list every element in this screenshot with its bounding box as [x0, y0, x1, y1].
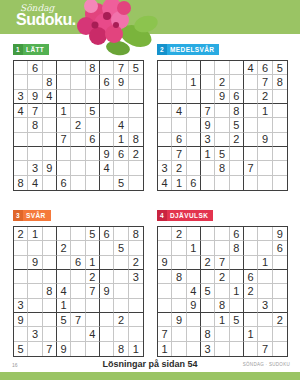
p3-cell-r6c1: 3 [14, 299, 28, 313]
p3-cell-r4c1 [14, 270, 28, 284]
p3-cell-r9c9: 1 [129, 342, 143, 356]
p3-cell-r8c2: 3 [28, 327, 42, 341]
p4-cell-r7c7 [244, 313, 258, 327]
p3-cell-r3c7 [100, 256, 114, 270]
p3-cell-r4c3 [43, 270, 57, 284]
p2-cell-r2c5: 2 [215, 75, 229, 89]
p2-cell-r7c7 [244, 147, 258, 161]
p4-cell-r3c7 [244, 256, 258, 270]
p1-cell-r9c8: 5 [114, 176, 128, 190]
p4-cell-r5c1 [158, 284, 172, 298]
p1-cell-r1c2: 6 [28, 61, 42, 75]
badge-3-number: 3 [13, 210, 23, 221]
badge-3-label: SVÅR [23, 210, 51, 221]
p1-cell-r6c9: 8 [129, 133, 143, 147]
p2-cell-r7c1 [158, 147, 172, 161]
p1-cell-r9c9 [129, 176, 143, 190]
p4-cell-r3c8: 1 [258, 256, 272, 270]
p4-cell-r1c8 [258, 227, 272, 241]
p2-cell-r6c7 [244, 133, 258, 147]
p2-cell-r7c5: 5 [215, 147, 229, 161]
p2-cell-r7c4: 1 [201, 147, 215, 161]
p4-cell-r6c1 [158, 299, 172, 313]
p1-cell-r7c9: 2 [129, 147, 143, 161]
p4-cell-r1c1 [158, 227, 172, 241]
p4-cell-r9c2 [172, 342, 186, 356]
p4-cell-r5c9 [273, 284, 287, 298]
p3-cell-r5c8 [114, 284, 128, 298]
p2-cell-r6c9 [273, 133, 287, 147]
p1-cell-r3c8 [114, 90, 128, 104]
p2-cell-r4c5 [215, 104, 229, 118]
p1-cell-r1c9: 5 [129, 61, 143, 75]
p3-cell-r2c1 [14, 241, 28, 255]
p2-cell-r2c4 [201, 75, 215, 89]
p4-cell-r8c8 [258, 327, 272, 341]
p1-cell-r4c9 [129, 104, 143, 118]
p2-cell-r5c3 [187, 118, 201, 132]
p1-cell-r1c1 [14, 61, 28, 75]
p1-cell-r5c4 [57, 118, 71, 132]
p1-cell-r8c8 [114, 161, 128, 175]
p3-cell-r3c8 [114, 256, 128, 270]
p3-cell-r5c4: 4 [57, 284, 71, 298]
p4-cell-r7c5: 1 [215, 313, 229, 327]
p4-cell-r9c8: 7 [258, 342, 272, 356]
p3-cell-r5c2 [28, 284, 42, 298]
p4-cell-r1c4 [201, 227, 215, 241]
p1-cell-r4c1: 4 [14, 104, 28, 118]
p3-cell-r1c1: 2 [14, 227, 28, 241]
p2-cell-r9c1: 4 [158, 176, 172, 190]
p3-cell-r3c3 [43, 256, 57, 270]
p4-cell-r6c4 [201, 299, 215, 313]
page-footer: 16 Lösningar på sidan 54 SÖNDAG · SUDOKU [0, 357, 300, 371]
p2-cell-r5c6: 5 [230, 118, 244, 132]
p2-cell-r3c6: 6 [230, 90, 244, 104]
p2-cell-r9c7 [244, 176, 258, 190]
p2-cell-r5c4: 9 [201, 118, 215, 132]
p4-cell-r1c5 [215, 227, 229, 241]
p1-cell-r9c7 [100, 176, 114, 190]
p1-cell-r3c7 [100, 90, 114, 104]
p4-cell-r4c6 [230, 270, 244, 284]
p4-cell-r5c2 [172, 284, 186, 298]
p3-cell-r5c9 [129, 284, 143, 298]
p3-cell-r6c4: 1 [57, 299, 71, 313]
p3-cell-r5c6: 7 [86, 284, 100, 298]
p1-cell-r3c1: 3 [14, 90, 28, 104]
p4-cell-r8c3 [187, 327, 201, 341]
p1-cell-r3c6 [86, 90, 100, 104]
p2-cell-r3c9 [273, 90, 287, 104]
p4-cell-r8c6 [230, 327, 244, 341]
p3-cell-r4c2 [28, 270, 42, 284]
p1-cell-r2c8: 9 [114, 75, 128, 89]
p4-cell-r6c2 [172, 299, 186, 313]
p3-cell-r3c9: 2 [129, 256, 143, 270]
p4-cell-r8c5 [215, 327, 229, 341]
p1-cell-r8c4 [57, 161, 71, 175]
p4-cell-r2c1 [158, 241, 172, 255]
sudoku-grid-4: 269186927182645129839152781137 [157, 226, 288, 357]
p1-cell-r7c2 [28, 147, 42, 161]
p1-cell-r2c2 [28, 75, 42, 89]
p3-cell-r8c5 [71, 327, 85, 341]
p4-cell-r4c5: 2 [215, 270, 229, 284]
p3-cell-r3c5: 6 [71, 256, 85, 270]
p1-cell-r3c9 [129, 90, 143, 104]
p1-cell-r6c8: 1 [114, 133, 128, 147]
p2-cell-r7c3 [187, 147, 201, 161]
p4-cell-r4c9 [273, 270, 287, 284]
p1-cell-r4c3 [43, 104, 57, 118]
p4-cell-r6c3: 9 [187, 299, 201, 313]
sudoku-grid-3: 215682596122384793195723457981 [13, 226, 144, 357]
badge-2-number: 2 [157, 44, 167, 55]
p3-cell-r5c3: 8 [43, 284, 57, 298]
p2-cell-r3c2 [172, 90, 186, 104]
p4-cell-r6c5: 8 [215, 299, 229, 313]
p3-cell-r5c5 [71, 284, 85, 298]
p4-cell-r9c5 [215, 342, 229, 356]
p1-cell-r4c6: 5 [86, 104, 100, 118]
p3-cell-r3c1 [14, 256, 28, 270]
p3-cell-r2c6 [86, 241, 100, 255]
brand-line: SÖNDAG · SUDOKU [243, 362, 290, 367]
p1-cell-r6c2 [28, 133, 42, 147]
p3-cell-r2c5 [71, 241, 85, 255]
p2-cell-r4c9 [273, 104, 287, 118]
p2-cell-r1c2 [172, 61, 186, 75]
p4-cell-r1c6: 6 [230, 227, 244, 241]
p4-cell-r1c7 [244, 227, 258, 241]
p2-cell-r4c8: 1 [258, 104, 272, 118]
badge-1-label: LÄTT [23, 44, 49, 55]
p1-cell-r9c3 [43, 176, 57, 190]
p3-cell-r9c3: 7 [43, 342, 57, 356]
p2-cell-r8c5: 8 [215, 161, 229, 175]
p1-cell-r3c5 [71, 90, 85, 104]
puzzle-1-section: 1 LÄTT 6875869394471582476189623948465 [13, 38, 144, 191]
p1-cell-r7c3 [43, 147, 57, 161]
p1-cell-r8c5 [71, 161, 85, 175]
p1-cell-r5c6 [86, 118, 100, 132]
p2-cell-r1c6 [230, 61, 244, 75]
p2-cell-r6c3 [187, 133, 201, 147]
sudoku-grid-1: 6875869394471582476189623948465 [13, 60, 144, 191]
p2-cell-r8c3 [187, 161, 201, 175]
p3-cell-r6c5 [71, 299, 85, 313]
p2-cell-r4c3 [187, 104, 201, 118]
p1-cell-r7c7: 9 [100, 147, 114, 161]
p4-cell-r9c9 [273, 342, 287, 356]
p3-cell-r2c2 [28, 241, 42, 255]
p4-cell-r7c8 [258, 313, 272, 327]
p4-cell-r4c3 [187, 270, 201, 284]
p1-cell-r4c7 [100, 104, 114, 118]
p3-cell-r8c1 [14, 327, 28, 341]
p4-cell-r9c1: 1 [158, 342, 172, 356]
difficulty-badge-2: 2 MEDELSVÅR [157, 44, 219, 55]
p3-cell-r2c4: 2 [57, 241, 71, 255]
p2-cell-r2c7 [244, 75, 258, 89]
p4-cell-r6c6 [230, 299, 244, 313]
p4-cell-r9c6 [230, 342, 244, 356]
p1-cell-r5c3 [43, 118, 57, 132]
p3-cell-r9c1: 5 [14, 342, 28, 356]
p4-cell-r8c1: 7 [158, 327, 172, 341]
p3-cell-r8c4 [57, 327, 71, 341]
p1-cell-r8c1 [14, 161, 28, 175]
difficulty-badge-3: 3 SVÅR [13, 210, 51, 221]
p2-cell-r1c7: 4 [244, 61, 258, 75]
p3-cell-r3c4 [57, 256, 71, 270]
p1-cell-r9c6 [86, 176, 100, 190]
p4-cell-r8c2 [172, 327, 186, 341]
p2-cell-r6c6: 2 [230, 133, 244, 147]
p4-cell-r4c8 [258, 270, 272, 284]
p4-cell-r2c8 [258, 241, 272, 255]
p3-cell-r9c7 [100, 342, 114, 356]
p2-cell-r3c1 [158, 90, 172, 104]
p2-cell-r1c8: 6 [258, 61, 272, 75]
p1-cell-r6c4: 7 [57, 133, 71, 147]
p2-cell-r8c4 [201, 161, 215, 175]
puzzle-4-section: 4 DJÄVULSK 26918692718264512983915278113… [157, 204, 288, 357]
p2-cell-r1c9: 5 [273, 61, 287, 75]
p2-cell-r9c2: 1 [172, 176, 186, 190]
p3-cell-r7c4: 5 [57, 313, 71, 327]
p2-cell-r9c8 [258, 176, 272, 190]
p2-cell-r5c2 [172, 118, 186, 132]
p1-cell-r7c8: 6 [114, 147, 128, 161]
p1-cell-r8c3: 9 [43, 161, 57, 175]
badge-4-label: DJÄVULSK [167, 210, 213, 221]
p3-cell-r4c5 [71, 270, 85, 284]
p3-cell-r5c7: 9 [100, 284, 114, 298]
p1-cell-r8c6 [86, 161, 100, 175]
p3-cell-r1c6: 5 [86, 227, 100, 241]
p3-cell-r7c9 [129, 313, 143, 327]
p1-cell-r2c6 [86, 75, 100, 89]
p3-cell-r3c6: 1 [86, 256, 100, 270]
p2-cell-r2c9: 8 [273, 75, 287, 89]
p3-cell-r6c8 [114, 299, 128, 313]
p3-cell-r8c3 [43, 327, 57, 341]
p3-cell-r8c8 [114, 327, 128, 341]
puzzle-2-section: 2 MEDELSVÅR 4651278962478195632971532874… [157, 38, 288, 191]
p4-cell-r7c2: 9 [172, 313, 186, 327]
p4-cell-r2c2 [172, 241, 186, 255]
p2-cell-r2c2 [172, 75, 186, 89]
p4-cell-r2c5 [215, 241, 229, 255]
p3-cell-r6c6 [86, 299, 100, 313]
p3-cell-r1c8 [114, 227, 128, 241]
p4-cell-r3c6 [230, 256, 244, 270]
p4-cell-r8c4: 8 [201, 327, 215, 341]
p4-cell-r5c4: 5 [201, 284, 215, 298]
p2-cell-r5c5 [215, 118, 229, 132]
p2-cell-r3c8: 2 [258, 90, 272, 104]
p2-cell-r9c4 [201, 176, 215, 190]
p1-cell-r3c3: 4 [43, 90, 57, 104]
p3-cell-r2c3 [43, 241, 57, 255]
p3-cell-r7c6 [86, 313, 100, 327]
p1-cell-r9c5 [71, 176, 85, 190]
sudoku-grid-2: 465127896247819563297153287416 [157, 60, 288, 191]
p2-cell-r8c9 [273, 161, 287, 175]
p2-cell-r6c5 [215, 133, 229, 147]
p3-cell-r3c2: 9 [28, 256, 42, 270]
p1-cell-r6c6: 6 [86, 133, 100, 147]
p2-cell-r9c9 [273, 176, 287, 190]
p3-cell-r6c2 [28, 299, 42, 313]
p2-cell-r4c6: 8 [230, 104, 244, 118]
p2-cell-r9c3: 6 [187, 176, 201, 190]
p1-cell-r5c8: 4 [114, 118, 128, 132]
p3-cell-r1c5 [71, 227, 85, 241]
p1-cell-r2c3: 8 [43, 75, 57, 89]
p2-cell-r6c4: 3 [201, 133, 215, 147]
p1-cell-r6c3 [43, 133, 57, 147]
p4-cell-r7c1 [158, 313, 172, 327]
p1-cell-r2c5 [71, 75, 85, 89]
p1-cell-r2c1 [14, 75, 28, 89]
p4-cell-r1c2: 2 [172, 227, 186, 241]
p4-cell-r9c3 [187, 342, 201, 356]
p3-cell-r7c5: 7 [71, 313, 85, 327]
p2-cell-r7c9 [273, 147, 287, 161]
badge-2-label: MEDELSVÅR [167, 44, 219, 55]
p1-cell-r9c4: 6 [57, 176, 71, 190]
p4-cell-r9c4: 3 [201, 342, 215, 356]
p1-cell-r5c1 [14, 118, 28, 132]
p1-cell-r4c5 [71, 104, 85, 118]
p2-cell-r2c6 [230, 75, 244, 89]
p4-cell-r7c3 [187, 313, 201, 327]
p3-cell-r2c7 [100, 241, 114, 255]
p4-cell-r3c9 [273, 256, 287, 270]
p4-cell-r5c5 [215, 284, 229, 298]
p2-cell-r1c1 [158, 61, 172, 75]
p2-cell-r3c5: 9 [215, 90, 229, 104]
p1-cell-r4c4: 1 [57, 104, 71, 118]
p1-cell-r5c2: 8 [28, 118, 42, 132]
p2-cell-r2c8: 7 [258, 75, 272, 89]
p2-cell-r4c1 [158, 104, 172, 118]
p3-cell-r4c4 [57, 270, 71, 284]
p3-cell-r7c7 [100, 313, 114, 327]
p3-cell-r2c9 [129, 241, 143, 255]
p3-cell-r1c9: 8 [129, 227, 143, 241]
p2-cell-r1c3 [187, 61, 201, 75]
badge-4-number: 4 [157, 210, 167, 221]
p1-cell-r2c7: 6 [100, 75, 114, 89]
p2-cell-r9c6 [230, 176, 244, 190]
p4-cell-r3c4: 2 [201, 256, 215, 270]
p1-cell-r4c8 [114, 104, 128, 118]
p1-cell-r4c2: 7 [28, 104, 42, 118]
p1-cell-r6c7 [100, 133, 114, 147]
p1-cell-r2c4 [57, 75, 71, 89]
p4-cell-r7c6: 5 [230, 313, 244, 327]
p3-cell-r1c2: 1 [28, 227, 42, 241]
p2-cell-r3c7 [244, 90, 258, 104]
p1-cell-r1c8: 7 [114, 61, 128, 75]
p1-cell-r5c7 [100, 118, 114, 132]
p3-cell-r9c8: 8 [114, 342, 128, 356]
p2-cell-r8c7: 7 [244, 161, 258, 175]
p1-cell-r9c1: 8 [14, 176, 28, 190]
p3-cell-r7c8: 2 [114, 313, 128, 327]
p4-cell-r2c3: 1 [187, 241, 201, 255]
puzzle-3-section: 3 SVÅR 215682596122384793195723457981 [13, 204, 144, 357]
p3-cell-r4c9: 3 [129, 270, 143, 284]
p4-cell-r3c1: 9 [158, 256, 172, 270]
p4-cell-r5c7: 2 [244, 284, 258, 298]
p4-cell-r7c4 [201, 313, 215, 327]
p3-cell-r6c9 [129, 299, 143, 313]
p3-cell-r4c7 [100, 270, 114, 284]
p2-cell-r7c2: 7 [172, 147, 186, 161]
p2-cell-r1c5 [215, 61, 229, 75]
p2-cell-r8c1: 3 [158, 161, 172, 175]
p4-cell-r6c9 [273, 299, 287, 313]
p1-cell-r3c2: 9 [28, 90, 42, 104]
p3-cell-r7c1: 9 [14, 313, 28, 327]
p2-cell-r6c2: 6 [172, 133, 186, 147]
p1-cell-r5c9 [129, 118, 143, 132]
p1-cell-r7c5 [71, 147, 85, 161]
difficulty-badge-1: 1 LÄTT [13, 44, 49, 55]
p1-cell-r1c7 [100, 61, 114, 75]
p3-cell-r8c6: 4 [86, 327, 100, 341]
p1-cell-r6c5 [71, 133, 85, 147]
p1-cell-r8c9 [129, 161, 143, 175]
p2-cell-r4c2: 4 [172, 104, 186, 118]
p3-cell-r8c9 [129, 327, 143, 341]
p2-cell-r1c4 [201, 61, 215, 75]
p3-cell-r1c7: 6 [100, 227, 114, 241]
p3-cell-r9c2 [28, 342, 42, 356]
p1-cell-r1c3 [43, 61, 57, 75]
p4-cell-r6c7 [244, 299, 258, 313]
p2-cell-r8c6 [230, 161, 244, 175]
p4-cell-r3c5: 7 [215, 256, 229, 270]
p2-cell-r7c8 [258, 147, 272, 161]
p4-cell-r9c7 [244, 342, 258, 356]
p2-cell-r6c8: 9 [258, 133, 272, 147]
p2-cell-r2c1 [158, 75, 172, 89]
p4-cell-r5c6: 1 [230, 284, 244, 298]
p4-cell-r2c7 [244, 241, 258, 255]
p2-cell-r3c3 [187, 90, 201, 104]
p4-cell-r5c8 [258, 284, 272, 298]
p3-cell-r9c6 [86, 342, 100, 356]
p1-cell-r2c9 [129, 75, 143, 89]
p3-cell-r4c6: 2 [86, 270, 100, 284]
p2-cell-r5c8 [258, 118, 272, 132]
p3-cell-r9c5 [71, 342, 85, 356]
p1-cell-r1c5 [71, 61, 85, 75]
p3-cell-r6c3 [43, 299, 57, 313]
badge-1-number: 1 [13, 44, 23, 55]
p3-cell-r7c2 [28, 313, 42, 327]
p3-cell-r5c1 [14, 284, 28, 298]
p4-cell-r8c7: 1 [244, 327, 258, 341]
p2-cell-r8c8 [258, 161, 272, 175]
